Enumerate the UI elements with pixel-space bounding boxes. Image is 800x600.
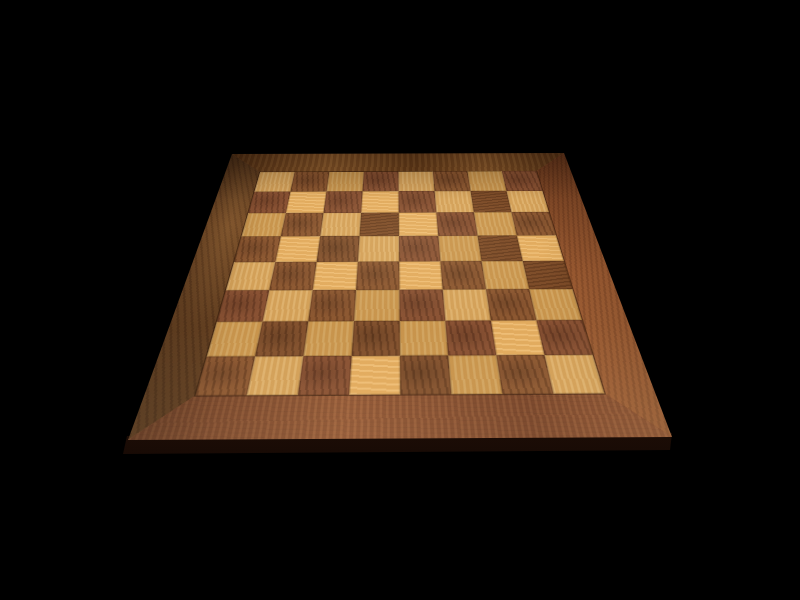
- square-b1[interactable]: [247, 356, 304, 395]
- square-g3[interactable]: [486, 289, 536, 320]
- square-h4[interactable]: [523, 261, 573, 289]
- square-g5[interactable]: [478, 235, 523, 261]
- square-c3[interactable]: [308, 290, 356, 321]
- chess-board: [128, 153, 672, 440]
- square-h7[interactable]: [506, 191, 548, 212]
- square-e4[interactable]: [399, 261, 443, 289]
- square-b7[interactable]: [286, 191, 327, 213]
- square-g1[interactable]: [496, 355, 553, 394]
- square-f8[interactable]: [433, 171, 471, 191]
- square-g7[interactable]: [471, 191, 512, 212]
- board-frame-top: [225, 153, 570, 172]
- square-b8[interactable]: [290, 172, 329, 192]
- square-a4[interactable]: [226, 262, 276, 290]
- square-b4[interactable]: [269, 262, 316, 290]
- square-e7[interactable]: [399, 191, 437, 212]
- square-c2[interactable]: [303, 321, 354, 356]
- square-g8[interactable]: [467, 171, 506, 191]
- square-d3[interactable]: [354, 290, 400, 321]
- square-d5[interactable]: [358, 236, 399, 262]
- square-e2[interactable]: [400, 321, 449, 356]
- square-a7[interactable]: [248, 192, 290, 214]
- photo-stage: [0, 0, 800, 600]
- square-e8[interactable]: [398, 171, 434, 191]
- board-frame-bottom: [128, 393, 672, 440]
- square-b6[interactable]: [281, 213, 324, 237]
- square-f4[interactable]: [440, 261, 486, 289]
- square-b2[interactable]: [255, 321, 308, 356]
- square-f6[interactable]: [436, 212, 477, 235]
- square-c5[interactable]: [317, 236, 360, 262]
- square-c8[interactable]: [327, 172, 364, 192]
- square-h5[interactable]: [517, 235, 564, 261]
- square-d8[interactable]: [363, 172, 399, 192]
- square-e6[interactable]: [399, 212, 439, 235]
- square-f2[interactable]: [445, 321, 496, 356]
- square-h3[interactable]: [529, 289, 582, 320]
- square-c4[interactable]: [313, 262, 358, 290]
- square-f7[interactable]: [435, 191, 474, 212]
- square-d4[interactable]: [356, 262, 399, 290]
- square-g6[interactable]: [474, 212, 517, 235]
- square-e3[interactable]: [399, 290, 445, 321]
- square-f1[interactable]: [448, 355, 502, 394]
- square-d7[interactable]: [361, 191, 399, 212]
- square-g4[interactable]: [482, 261, 530, 289]
- square-a6[interactable]: [241, 213, 285, 237]
- square-a1[interactable]: [195, 356, 255, 395]
- play-area: [195, 171, 604, 395]
- square-d2[interactable]: [352, 321, 400, 356]
- square-a8[interactable]: [254, 172, 294, 192]
- square-a3[interactable]: [217, 290, 270, 321]
- square-a2[interactable]: [207, 322, 263, 357]
- square-d1[interactable]: [349, 356, 400, 395]
- square-a5[interactable]: [234, 236, 281, 262]
- square-c7[interactable]: [324, 191, 363, 213]
- square-h8[interactable]: [502, 171, 542, 191]
- square-g2[interactable]: [491, 320, 545, 355]
- square-e1[interactable]: [400, 355, 451, 394]
- square-f3[interactable]: [443, 289, 491, 320]
- square-b5[interactable]: [275, 236, 320, 262]
- square-c1[interactable]: [298, 356, 352, 395]
- square-h6[interactable]: [511, 212, 556, 235]
- square-c6[interactable]: [320, 213, 361, 236]
- square-e5[interactable]: [399, 236, 440, 262]
- square-b3[interactable]: [263, 290, 313, 321]
- square-f5[interactable]: [438, 236, 481, 262]
- square-d6[interactable]: [360, 213, 399, 236]
